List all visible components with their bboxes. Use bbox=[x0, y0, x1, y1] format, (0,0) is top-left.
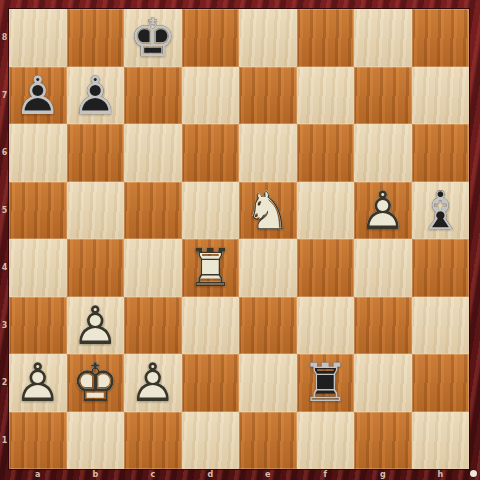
square-h1[interactable] bbox=[412, 412, 470, 470]
square-c8[interactable]: ♚♔ bbox=[124, 9, 182, 67]
square-c5[interactable] bbox=[124, 182, 182, 240]
square-h8[interactable] bbox=[412, 9, 470, 67]
square-g2[interactable] bbox=[354, 354, 412, 412]
square-c3[interactable] bbox=[124, 297, 182, 355]
file-label-h: h bbox=[412, 469, 470, 480]
white-to-move-indicator bbox=[470, 470, 477, 477]
square-f2[interactable]: ♜♖ bbox=[297, 354, 355, 412]
square-g3[interactable] bbox=[354, 297, 412, 355]
rank-label-5: 5 bbox=[0, 182, 9, 240]
rank-label-1: 1 bbox=[0, 412, 9, 470]
white-pawn[interactable]: ♟♙ bbox=[67, 297, 125, 355]
white-pawn[interactable]: ♟♙ bbox=[124, 354, 182, 412]
square-a3[interactable] bbox=[9, 297, 67, 355]
black-king-outline-icon: ♔ bbox=[124, 9, 182, 67]
square-b3[interactable]: ♟♙ bbox=[67, 297, 125, 355]
square-d2[interactable] bbox=[182, 354, 240, 412]
square-a6[interactable] bbox=[9, 124, 67, 182]
black-pawn-outline-icon: ♙ bbox=[67, 67, 125, 125]
white-pawn[interactable]: ♟♙ bbox=[354, 182, 412, 240]
white-knight-outline-icon: ♘ bbox=[239, 182, 297, 240]
square-b2[interactable]: ♚♔ bbox=[67, 354, 125, 412]
square-g6[interactable] bbox=[354, 124, 412, 182]
file-label-e: e bbox=[239, 469, 297, 480]
chess-board: ♚♔♟♙♟♙♞♘♟♙♝♗♜♖♟♙♟♙♚♔♟♙♜♖ bbox=[9, 9, 469, 469]
file-label-c: c bbox=[124, 469, 182, 480]
black-bishop[interactable]: ♝♗ bbox=[412, 182, 470, 240]
square-e4[interactable] bbox=[239, 239, 297, 297]
square-f4[interactable] bbox=[297, 239, 355, 297]
square-e5[interactable]: ♞♘ bbox=[239, 182, 297, 240]
square-b5[interactable] bbox=[67, 182, 125, 240]
square-e2[interactable] bbox=[239, 354, 297, 412]
rank-label-4: 4 bbox=[0, 239, 9, 297]
black-pawn[interactable]: ♟♙ bbox=[9, 67, 67, 125]
square-c2[interactable]: ♟♙ bbox=[124, 354, 182, 412]
square-h3[interactable] bbox=[412, 297, 470, 355]
square-f8[interactable] bbox=[297, 9, 355, 67]
white-pawn-outline-icon: ♙ bbox=[67, 297, 125, 355]
square-b7[interactable]: ♟♙ bbox=[67, 67, 125, 125]
white-knight[interactable]: ♞♘ bbox=[239, 182, 297, 240]
square-e7[interactable] bbox=[239, 67, 297, 125]
file-label-g: g bbox=[354, 469, 412, 480]
square-h2[interactable] bbox=[412, 354, 470, 412]
square-h7[interactable] bbox=[412, 67, 470, 125]
black-pawn[interactable]: ♟♙ bbox=[67, 67, 125, 125]
file-label-d: d bbox=[182, 469, 240, 480]
square-a4[interactable] bbox=[9, 239, 67, 297]
white-rook-outline-icon: ♖ bbox=[182, 239, 240, 297]
square-h4[interactable] bbox=[412, 239, 470, 297]
square-a1[interactable] bbox=[9, 412, 67, 470]
rank-label-8: 8 bbox=[0, 9, 9, 67]
white-king[interactable]: ♚♔ bbox=[67, 354, 125, 412]
file-labels: abcdefgh bbox=[9, 469, 469, 480]
square-b8[interactable] bbox=[67, 9, 125, 67]
white-rook[interactable]: ♜♖ bbox=[182, 239, 240, 297]
square-c7[interactable] bbox=[124, 67, 182, 125]
file-label-a: a bbox=[9, 469, 67, 480]
file-label-b: b bbox=[67, 469, 125, 480]
square-a5[interactable] bbox=[9, 182, 67, 240]
square-e1[interactable] bbox=[239, 412, 297, 470]
square-d7[interactable] bbox=[182, 67, 240, 125]
square-g5[interactable]: ♟♙ bbox=[354, 182, 412, 240]
rank-labels: 87654321 bbox=[0, 9, 9, 469]
rank-label-2: 2 bbox=[0, 354, 9, 412]
square-f3[interactable] bbox=[297, 297, 355, 355]
square-a2[interactable]: ♟♙ bbox=[9, 354, 67, 412]
square-d3[interactable] bbox=[182, 297, 240, 355]
rank-label-7: 7 bbox=[0, 67, 9, 125]
white-pawn-outline-icon: ♙ bbox=[9, 354, 67, 412]
square-g4[interactable] bbox=[354, 239, 412, 297]
rank-label-6: 6 bbox=[0, 124, 9, 182]
square-b4[interactable] bbox=[67, 239, 125, 297]
square-h6[interactable] bbox=[412, 124, 470, 182]
square-e3[interactable] bbox=[239, 297, 297, 355]
file-label-f: f bbox=[297, 469, 355, 480]
square-h5[interactable]: ♝♗ bbox=[412, 182, 470, 240]
square-f5[interactable] bbox=[297, 182, 355, 240]
square-c6[interactable] bbox=[124, 124, 182, 182]
square-g1[interactable] bbox=[354, 412, 412, 470]
square-g8[interactable] bbox=[354, 9, 412, 67]
white-pawn[interactable]: ♟♙ bbox=[9, 354, 67, 412]
black-king[interactable]: ♚♔ bbox=[124, 9, 182, 67]
chess-board-frame: 87654321 abcdefgh ♚♔♟♙♟♙♞♘♟♙♝♗♜♖♟♙♟♙♚♔♟♙… bbox=[0, 0, 480, 480]
white-king-outline-icon: ♔ bbox=[67, 354, 125, 412]
square-c1[interactable] bbox=[124, 412, 182, 470]
square-b6[interactable] bbox=[67, 124, 125, 182]
square-d1[interactable] bbox=[182, 412, 240, 470]
black-rook-outline-icon: ♖ bbox=[297, 354, 355, 412]
square-d6[interactable] bbox=[182, 124, 240, 182]
square-g7[interactable] bbox=[354, 67, 412, 125]
white-pawn-outline-icon: ♙ bbox=[354, 182, 412, 240]
white-pawn-outline-icon: ♙ bbox=[124, 354, 182, 412]
black-pawn-outline-icon: ♙ bbox=[9, 67, 67, 125]
square-d8[interactable] bbox=[182, 9, 240, 67]
square-f7[interactable] bbox=[297, 67, 355, 125]
square-d5[interactable] bbox=[182, 182, 240, 240]
square-b1[interactable] bbox=[67, 412, 125, 470]
square-a7[interactable]: ♟♙ bbox=[9, 67, 67, 125]
square-f1[interactable] bbox=[297, 412, 355, 470]
rank-label-3: 3 bbox=[0, 297, 9, 355]
black-bishop-outline-icon: ♗ bbox=[412, 182, 470, 240]
black-rook[interactable]: ♜♖ bbox=[297, 354, 355, 412]
square-f6[interactable] bbox=[297, 124, 355, 182]
square-d4[interactable]: ♜♖ bbox=[182, 239, 240, 297]
square-e6[interactable] bbox=[239, 124, 297, 182]
square-c4[interactable] bbox=[124, 239, 182, 297]
square-a8[interactable] bbox=[9, 9, 67, 67]
square-e8[interactable] bbox=[239, 9, 297, 67]
